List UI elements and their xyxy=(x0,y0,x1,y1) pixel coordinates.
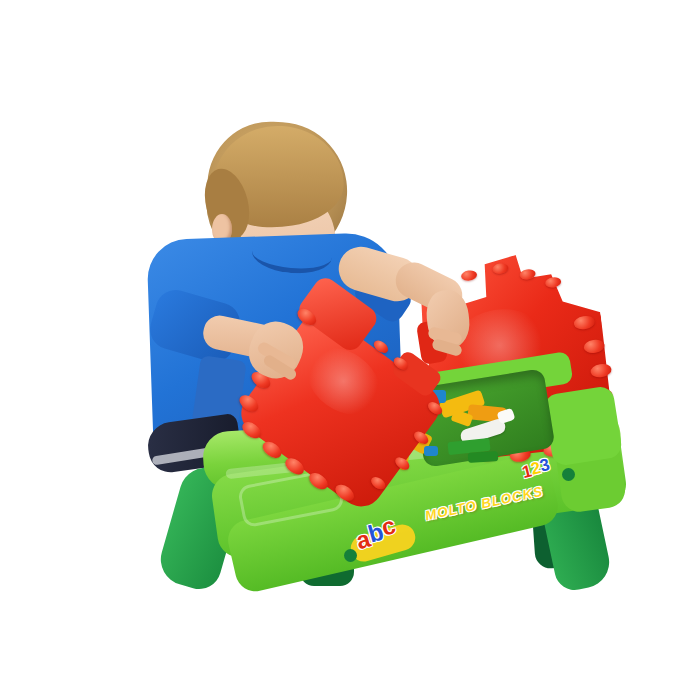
photo-stage: abc MOLTO BLOCKS 123 xyxy=(0,0,700,700)
child-arms xyxy=(0,0,700,700)
